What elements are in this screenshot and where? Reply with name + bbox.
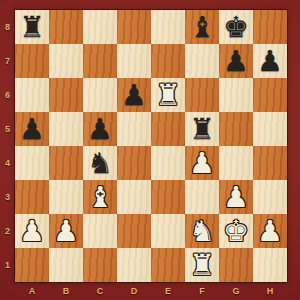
square-e8[interactable] <box>151 10 185 44</box>
square-d3[interactable] <box>117 180 151 214</box>
rank-label-5: 5 <box>0 112 15 146</box>
square-e3[interactable] <box>151 180 185 214</box>
square-a5[interactable]: ♟ <box>15 112 49 146</box>
square-d8[interactable] <box>117 10 151 44</box>
piece-black-pawn: ♟ <box>257 44 283 78</box>
piece-black-king: ♚ <box>223 10 249 44</box>
square-g4[interactable] <box>219 146 253 180</box>
square-a8[interactable]: ♜ <box>15 10 49 44</box>
square-d6[interactable]: ♟ <box>117 78 151 112</box>
rank-label-7: 7 <box>0 44 15 78</box>
square-f8[interactable]: ♝ <box>185 10 219 44</box>
square-h3[interactable] <box>253 180 287 214</box>
square-b2[interactable]: ♟ <box>49 214 83 248</box>
piece-white-king: ♚ <box>223 214 249 248</box>
square-c6[interactable] <box>83 78 117 112</box>
file-label-c: C <box>83 283 117 300</box>
piece-black-pawn: ♟ <box>223 44 249 78</box>
square-e6[interactable]: ♜ <box>151 78 185 112</box>
square-c8[interactable] <box>83 10 117 44</box>
square-b8[interactable] <box>49 10 83 44</box>
square-a3[interactable] <box>15 180 49 214</box>
square-b7[interactable] <box>49 44 83 78</box>
piece-white-pawn: ♟ <box>19 214 45 248</box>
chess-board: ♜♝♚♟♟♟♜♟♟♜♞♟♝♟♟♟♞♚♟♜ <box>15 10 287 282</box>
square-d4[interactable] <box>117 146 151 180</box>
square-h8[interactable] <box>253 10 287 44</box>
square-f2[interactable]: ♞ <box>185 214 219 248</box>
rank-label-2: 2 <box>0 214 15 248</box>
square-f4[interactable]: ♟ <box>185 146 219 180</box>
square-g5[interactable] <box>219 112 253 146</box>
square-d1[interactable] <box>117 248 151 282</box>
square-d7[interactable] <box>117 44 151 78</box>
square-h2[interactable]: ♟ <box>253 214 287 248</box>
square-f1[interactable]: ♜ <box>185 248 219 282</box>
rank-label-1: 1 <box>0 248 15 282</box>
square-c1[interactable] <box>83 248 117 282</box>
square-e1[interactable] <box>151 248 185 282</box>
square-h4[interactable] <box>253 146 287 180</box>
piece-black-pawn: ♟ <box>121 78 147 112</box>
square-a2[interactable]: ♟ <box>15 214 49 248</box>
rank-label-6: 6 <box>0 78 15 112</box>
piece-black-rook: ♜ <box>189 112 215 146</box>
board-frame: ♜♝♚♟♟♟♜♟♟♜♞♟♝♟♟♟♞♚♟♜ 87654321ABCDEFGH <box>0 0 300 300</box>
piece-white-rook: ♜ <box>155 78 181 112</box>
file-label-h: H <box>253 283 287 300</box>
file-label-g: G <box>219 283 253 300</box>
square-b1[interactable] <box>49 248 83 282</box>
square-e7[interactable] <box>151 44 185 78</box>
piece-white-pawn: ♟ <box>53 214 79 248</box>
piece-white-bishop: ♝ <box>87 180 113 214</box>
square-d5[interactable] <box>117 112 151 146</box>
square-b4[interactable] <box>49 146 83 180</box>
square-h6[interactable] <box>253 78 287 112</box>
square-c3[interactable]: ♝ <box>83 180 117 214</box>
piece-white-pawn: ♟ <box>223 180 249 214</box>
square-c5[interactable]: ♟ <box>83 112 117 146</box>
square-g2[interactable]: ♚ <box>219 214 253 248</box>
piece-white-pawn: ♟ <box>189 146 215 180</box>
square-g1[interactable] <box>219 248 253 282</box>
square-f7[interactable] <box>185 44 219 78</box>
file-label-e: E <box>151 283 185 300</box>
file-label-a: A <box>15 283 49 300</box>
square-e4[interactable] <box>151 146 185 180</box>
square-g6[interactable] <box>219 78 253 112</box>
square-f5[interactable]: ♜ <box>185 112 219 146</box>
square-a4[interactable] <box>15 146 49 180</box>
square-g7[interactable]: ♟ <box>219 44 253 78</box>
square-a6[interactable] <box>15 78 49 112</box>
square-g3[interactable]: ♟ <box>219 180 253 214</box>
piece-black-pawn: ♟ <box>19 112 45 146</box>
rank-label-8: 8 <box>0 10 15 44</box>
square-h5[interactable] <box>253 112 287 146</box>
piece-black-knight: ♞ <box>87 146 113 180</box>
piece-black-rook: ♜ <box>19 10 45 44</box>
square-h1[interactable] <box>253 248 287 282</box>
square-g8[interactable]: ♚ <box>219 10 253 44</box>
file-label-f: F <box>185 283 219 300</box>
square-a7[interactable] <box>15 44 49 78</box>
square-e5[interactable] <box>151 112 185 146</box>
square-h7[interactable]: ♟ <box>253 44 287 78</box>
square-c2[interactable] <box>83 214 117 248</box>
rank-label-3: 3 <box>0 180 15 214</box>
piece-white-pawn: ♟ <box>257 214 283 248</box>
square-c7[interactable] <box>83 44 117 78</box>
square-c4[interactable]: ♞ <box>83 146 117 180</box>
piece-white-rook: ♜ <box>189 248 215 282</box>
square-d2[interactable] <box>117 214 151 248</box>
file-label-b: B <box>49 283 83 300</box>
square-f6[interactable] <box>185 78 219 112</box>
square-a1[interactable] <box>15 248 49 282</box>
square-f3[interactable] <box>185 180 219 214</box>
file-label-d: D <box>117 283 151 300</box>
square-b3[interactable] <box>49 180 83 214</box>
square-b6[interactable] <box>49 78 83 112</box>
piece-white-knight: ♞ <box>189 214 215 248</box>
square-b5[interactable] <box>49 112 83 146</box>
piece-black-pawn: ♟ <box>87 112 113 146</box>
rank-label-4: 4 <box>0 146 15 180</box>
piece-black-bishop: ♝ <box>189 10 215 44</box>
square-e2[interactable] <box>151 214 185 248</box>
